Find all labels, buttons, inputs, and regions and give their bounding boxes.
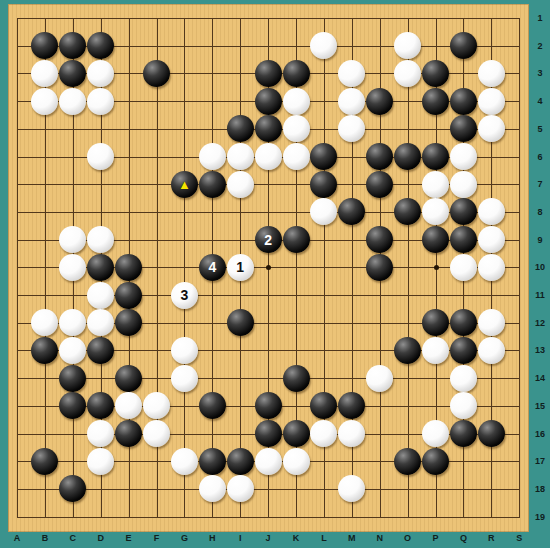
black-stone-L7 bbox=[310, 171, 337, 198]
star-point bbox=[266, 265, 271, 270]
white-stone-D12 bbox=[87, 309, 114, 336]
black-stone-G7: ▲ bbox=[171, 171, 198, 198]
white-stone-I6 bbox=[227, 143, 254, 170]
black-stone-H17 bbox=[199, 448, 226, 475]
row-label-16: 16 bbox=[530, 429, 550, 439]
white-stone-O3 bbox=[394, 60, 421, 87]
black-stone-C3 bbox=[59, 60, 86, 87]
column-label-L: L bbox=[314, 533, 334, 543]
row-label-18: 18 bbox=[530, 484, 550, 494]
white-stone-R4 bbox=[478, 88, 505, 115]
black-stone-Q8 bbox=[450, 198, 477, 225]
row-label-6: 6 bbox=[530, 152, 550, 162]
white-stone-R8 bbox=[478, 198, 505, 225]
white-stone-M18 bbox=[338, 475, 365, 502]
white-stone-N14 bbox=[366, 365, 393, 392]
white-stone-M16 bbox=[338, 420, 365, 447]
column-label-F: F bbox=[147, 533, 167, 543]
move-number-label: 1 bbox=[236, 260, 244, 274]
black-stone-C18 bbox=[59, 475, 86, 502]
black-stone-Q12 bbox=[450, 309, 477, 336]
white-stone-H6 bbox=[199, 143, 226, 170]
black-stone-P4 bbox=[422, 88, 449, 115]
black-stone-I5 bbox=[227, 115, 254, 142]
row-label-17: 17 bbox=[530, 456, 550, 466]
row-label-14: 14 bbox=[530, 373, 550, 383]
move-number-label: 4 bbox=[208, 260, 216, 274]
white-stone-M3 bbox=[338, 60, 365, 87]
white-stone-G14 bbox=[171, 365, 198, 392]
black-stone-B17 bbox=[31, 448, 58, 475]
white-stone-D9 bbox=[87, 226, 114, 253]
white-stone-G17 bbox=[171, 448, 198, 475]
white-stone-L2 bbox=[310, 32, 337, 59]
black-stone-K9 bbox=[283, 226, 310, 253]
white-stone-D11 bbox=[87, 282, 114, 309]
white-stone-B3 bbox=[31, 60, 58, 87]
black-stone-H10: 4 bbox=[199, 254, 226, 281]
white-stone-F15 bbox=[143, 392, 170, 419]
black-stone-J9: 2 bbox=[255, 226, 282, 253]
black-stone-M15 bbox=[338, 392, 365, 419]
black-stone-E14 bbox=[115, 365, 142, 392]
black-stone-M8 bbox=[338, 198, 365, 225]
black-stone-D13 bbox=[87, 337, 114, 364]
black-stone-O17 bbox=[394, 448, 421, 475]
white-stone-B12 bbox=[31, 309, 58, 336]
black-stone-O6 bbox=[394, 143, 421, 170]
white-stone-I10: 1 bbox=[227, 254, 254, 281]
black-stone-R16 bbox=[478, 420, 505, 447]
white-stone-C9 bbox=[59, 226, 86, 253]
column-label-S: S bbox=[509, 533, 529, 543]
black-stone-P12 bbox=[422, 309, 449, 336]
column-label-O: O bbox=[398, 533, 418, 543]
white-stone-Q7 bbox=[450, 171, 477, 198]
black-stone-E12 bbox=[115, 309, 142, 336]
move-number-label: 3 bbox=[180, 288, 188, 302]
black-stone-K14 bbox=[283, 365, 310, 392]
black-stone-Q2 bbox=[450, 32, 477, 59]
black-stone-N7 bbox=[366, 171, 393, 198]
white-stone-P8 bbox=[422, 198, 449, 225]
column-label-K: K bbox=[286, 533, 306, 543]
white-stone-P7 bbox=[422, 171, 449, 198]
column-label-G: G bbox=[174, 533, 194, 543]
white-stone-D4 bbox=[87, 88, 114, 115]
black-stone-B13 bbox=[31, 337, 58, 364]
black-stone-C15 bbox=[59, 392, 86, 419]
black-stone-E10 bbox=[115, 254, 142, 281]
white-stone-G13 bbox=[171, 337, 198, 364]
white-stone-C12 bbox=[59, 309, 86, 336]
row-label-11: 11 bbox=[530, 290, 550, 300]
white-stone-D17 bbox=[87, 448, 114, 475]
black-stone-H7 bbox=[199, 171, 226, 198]
white-stone-Q6 bbox=[450, 143, 477, 170]
triangle-marker-icon: ▲ bbox=[178, 178, 191, 191]
white-stone-E15 bbox=[115, 392, 142, 419]
grid-line-horizontal bbox=[17, 517, 520, 518]
column-label-E: E bbox=[119, 533, 139, 543]
black-stone-P6 bbox=[422, 143, 449, 170]
star-point bbox=[434, 265, 439, 270]
white-stone-Q10 bbox=[450, 254, 477, 281]
column-label-M: M bbox=[342, 533, 362, 543]
row-label-7: 7 bbox=[530, 179, 550, 189]
column-label-C: C bbox=[63, 533, 83, 543]
row-label-1: 1 bbox=[530, 13, 550, 23]
white-stone-R10 bbox=[478, 254, 505, 281]
column-label-N: N bbox=[370, 533, 390, 543]
black-stone-P9 bbox=[422, 226, 449, 253]
white-stone-L8 bbox=[310, 198, 337, 225]
white-stone-L16 bbox=[310, 420, 337, 447]
black-stone-D10 bbox=[87, 254, 114, 281]
black-stone-I12 bbox=[227, 309, 254, 336]
black-stone-L6 bbox=[310, 143, 337, 170]
black-stone-J5 bbox=[255, 115, 282, 142]
column-label-Q: Q bbox=[453, 533, 473, 543]
white-stone-D6 bbox=[87, 143, 114, 170]
black-stone-P17 bbox=[422, 448, 449, 475]
grid-line-vertical bbox=[408, 18, 409, 518]
black-stone-N6 bbox=[366, 143, 393, 170]
black-stone-C2 bbox=[59, 32, 86, 59]
black-stone-C14 bbox=[59, 365, 86, 392]
white-stone-I7 bbox=[227, 171, 254, 198]
black-stone-B2 bbox=[31, 32, 58, 59]
black-stone-K3 bbox=[283, 60, 310, 87]
white-stone-C10 bbox=[59, 254, 86, 281]
black-stone-Q16 bbox=[450, 420, 477, 447]
column-label-R: R bbox=[481, 533, 501, 543]
black-stone-J3 bbox=[255, 60, 282, 87]
black-stone-Q13 bbox=[450, 337, 477, 364]
white-stone-G11: 3 bbox=[171, 282, 198, 309]
white-stone-C13 bbox=[59, 337, 86, 364]
row-label-15: 15 bbox=[530, 401, 550, 411]
black-stone-L15 bbox=[310, 392, 337, 419]
white-stone-D16 bbox=[87, 420, 114, 447]
white-stone-F16 bbox=[143, 420, 170, 447]
white-stone-Q14 bbox=[450, 365, 477, 392]
black-stone-J15 bbox=[255, 392, 282, 419]
white-stone-R9 bbox=[478, 226, 505, 253]
move-number-label: 2 bbox=[264, 233, 272, 247]
white-stone-R5 bbox=[478, 115, 505, 142]
white-stone-C4 bbox=[59, 88, 86, 115]
white-stone-D3 bbox=[87, 60, 114, 87]
go-app-window: ▲2413 ABCDEFGHIJKLMNOPQRS 12345678910111… bbox=[0, 0, 550, 548]
white-stone-H18 bbox=[199, 475, 226, 502]
black-stone-I17 bbox=[227, 448, 254, 475]
black-stone-O8 bbox=[394, 198, 421, 225]
white-stone-I18 bbox=[227, 475, 254, 502]
column-label-P: P bbox=[426, 533, 446, 543]
row-label-4: 4 bbox=[530, 96, 550, 106]
white-stone-J6 bbox=[255, 143, 282, 170]
row-label-5: 5 bbox=[530, 124, 550, 134]
black-stone-K16 bbox=[283, 420, 310, 447]
white-stone-J17 bbox=[255, 448, 282, 475]
row-label-10: 10 bbox=[530, 262, 550, 272]
row-label-12: 12 bbox=[530, 318, 550, 328]
row-label-8: 8 bbox=[530, 207, 550, 217]
white-stone-K6 bbox=[283, 143, 310, 170]
black-stone-D2 bbox=[87, 32, 114, 59]
black-stone-E11 bbox=[115, 282, 142, 309]
white-stone-Q15 bbox=[450, 392, 477, 419]
white-stone-K17 bbox=[283, 448, 310, 475]
black-stone-D15 bbox=[87, 392, 114, 419]
black-stone-J4 bbox=[255, 88, 282, 115]
white-stone-R3 bbox=[478, 60, 505, 87]
black-stone-N9 bbox=[366, 226, 393, 253]
white-stone-R12 bbox=[478, 309, 505, 336]
black-stone-H15 bbox=[199, 392, 226, 419]
black-stone-O13 bbox=[394, 337, 421, 364]
row-label-19: 19 bbox=[530, 512, 550, 522]
row-label-3: 3 bbox=[530, 68, 550, 78]
white-stone-O2 bbox=[394, 32, 421, 59]
column-label-I: I bbox=[230, 533, 250, 543]
white-stone-M5 bbox=[338, 115, 365, 142]
black-stone-F3 bbox=[143, 60, 170, 87]
row-label-13: 13 bbox=[530, 345, 550, 355]
white-stone-P13 bbox=[422, 337, 449, 364]
grid-line-vertical bbox=[519, 18, 520, 518]
grid-line-horizontal bbox=[17, 489, 520, 490]
column-label-J: J bbox=[258, 533, 278, 543]
black-stone-J16 bbox=[255, 420, 282, 447]
column-label-A: A bbox=[7, 533, 27, 543]
grid-line-horizontal bbox=[17, 378, 520, 379]
black-stone-N4 bbox=[366, 88, 393, 115]
black-stone-E16 bbox=[115, 420, 142, 447]
white-stone-R13 bbox=[478, 337, 505, 364]
white-stone-K4 bbox=[283, 88, 310, 115]
column-label-B: B bbox=[35, 533, 55, 543]
black-stone-Q5 bbox=[450, 115, 477, 142]
black-stone-P3 bbox=[422, 60, 449, 87]
row-label-9: 9 bbox=[530, 235, 550, 245]
black-stone-N10 bbox=[366, 254, 393, 281]
row-label-2: 2 bbox=[530, 41, 550, 51]
black-stone-Q4 bbox=[450, 88, 477, 115]
black-stone-Q9 bbox=[450, 226, 477, 253]
white-stone-P16 bbox=[422, 420, 449, 447]
go-board[interactable]: ▲2413 bbox=[8, 4, 529, 532]
white-stone-M4 bbox=[338, 88, 365, 115]
column-label-H: H bbox=[202, 533, 222, 543]
white-stone-K5 bbox=[283, 115, 310, 142]
column-label-D: D bbox=[91, 533, 111, 543]
white-stone-B4 bbox=[31, 88, 58, 115]
